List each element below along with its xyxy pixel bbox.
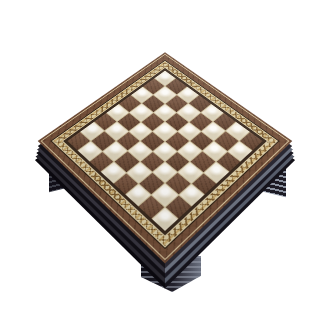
product-photo-scene <box>0 0 330 330</box>
